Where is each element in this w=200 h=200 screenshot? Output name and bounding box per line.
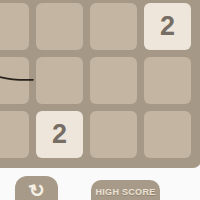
board-cell-r3c3 — [144, 111, 191, 158]
high-score-button[interactable]: HIGH SCORE — [91, 180, 160, 200]
high-score-label: HIGH SCORE — [96, 187, 156, 197]
board-cell-r3c0 — [0, 111, 29, 158]
board-cell-r1c1 — [36, 3, 83, 50]
board-tile-2-r3c1: 2 — [36, 111, 83, 158]
board-cell-r2c2 — [90, 57, 137, 104]
restart-icon: ↻ — [26, 179, 46, 200]
board-cell-r1c0 — [0, 3, 29, 50]
board-cell-r3c2 — [90, 111, 137, 158]
board-cell-r2c0 — [0, 57, 29, 104]
board-cell-r2c3 — [144, 57, 191, 104]
board-cell-r2c1 — [36, 57, 83, 104]
game-board-2048: 2 2 — [0, 0, 200, 168]
board-cell-r1c2 — [90, 3, 137, 50]
board-tile-2-r1c3: 2 — [144, 3, 191, 50]
game-screen-2048: 2 2 ↻ HIGH SCORE — [0, 0, 200, 200]
restart-button[interactable]: ↻ — [15, 176, 58, 200]
